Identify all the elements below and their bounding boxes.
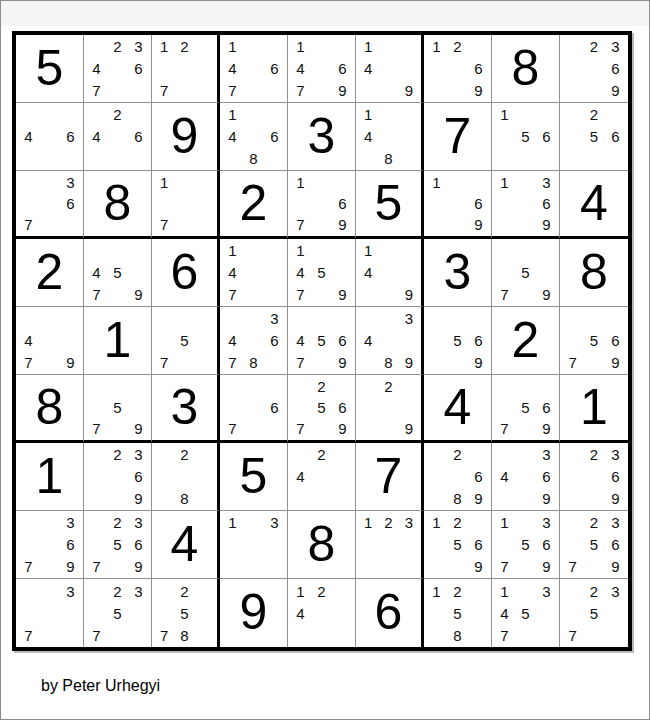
- candidate-empty: [494, 214, 515, 235]
- cell-r1c1[interactable]: 5: [16, 35, 84, 103]
- candidate-empty: [468, 36, 489, 58]
- cell-r3c1[interactable]: 367: [16, 171, 84, 239]
- candidate-empty: [243, 126, 264, 148]
- candidate-empty: [174, 193, 194, 214]
- given-digit: 8: [580, 247, 608, 297]
- cell-r1c4[interactable]: 1467: [220, 35, 288, 103]
- candidate-empty: [128, 624, 149, 646]
- candidate-empty: [243, 283, 264, 305]
- candidate-empty: [562, 466, 583, 488]
- candidate-digit: 7: [18, 214, 39, 235]
- candidate-empty: [243, 36, 264, 58]
- candidate-digit: 7: [86, 555, 107, 577]
- cell-r2c3[interactable]: 9: [152, 103, 220, 171]
- candidate-empty: [174, 351, 194, 373]
- cell-r4c9[interactable]: 8: [560, 239, 628, 307]
- candidate-digit: 1: [154, 36, 174, 58]
- cell-r5c6[interactable]: 3489: [356, 307, 424, 375]
- candidate-empty: [195, 487, 215, 509]
- candidate-empty: [468, 602, 489, 624]
- candidate-grid: 1679: [288, 171, 355, 236]
- candidate-empty: [399, 376, 419, 397]
- candidate-digit: 8: [378, 147, 398, 169]
- candidate-digit: 9: [468, 214, 489, 235]
- candidate-empty: [86, 147, 107, 169]
- candidate-empty: [243, 555, 264, 577]
- candidate-digit: 2: [378, 512, 398, 534]
- cell-r9c1[interactable]: 37: [16, 579, 84, 647]
- candidate-empty: [174, 308, 194, 330]
- candidate-digit: 6: [468, 330, 489, 352]
- cell-r5c3[interactable]: 57: [152, 307, 220, 375]
- cell-r7c8[interactable]: 3469: [492, 443, 560, 511]
- cell-r3c4[interactable]: 2: [220, 171, 288, 239]
- candidate-empty: [583, 79, 604, 101]
- cell-r4c8[interactable]: 579: [492, 239, 560, 307]
- candidate-digit: 7: [154, 214, 174, 235]
- candidate-digit: 2: [447, 36, 468, 58]
- candidate-empty: [426, 193, 447, 214]
- candidate-grid: 147: [220, 239, 287, 306]
- candidate-grid: 14679: [288, 35, 355, 102]
- candidate-digit: 4: [494, 466, 515, 488]
- cell-r1c2[interactable]: 23467: [84, 35, 152, 103]
- cell-r3c9[interactable]: 4: [560, 171, 628, 239]
- cell-r6c5[interactable]: 25679: [288, 375, 356, 443]
- candidate-digit: 9: [332, 283, 353, 305]
- candidate-digit: 2: [583, 580, 604, 602]
- cell-r8c4[interactable]: 13: [220, 511, 288, 579]
- candidate-empty: [174, 58, 194, 80]
- candidate-empty: [264, 147, 285, 169]
- cell-r8c7[interactable]: 12569: [424, 511, 492, 579]
- candidate-empty: [290, 397, 311, 418]
- candidate-digit: 2: [107, 444, 128, 466]
- candidate-empty: [154, 330, 174, 352]
- cell-r2c4[interactable]: 1468: [220, 103, 288, 171]
- cell-r3c3[interactable]: 17: [152, 171, 220, 239]
- candidate-digit: 9: [128, 418, 149, 439]
- candidate-digit: 4: [222, 126, 243, 148]
- cell-r2c5[interactable]: 3: [288, 103, 356, 171]
- candidate-digit: 3: [399, 308, 419, 330]
- cell-r5c8[interactable]: 2: [492, 307, 560, 375]
- candidate-digit: 3: [605, 36, 626, 58]
- candidate-empty: [86, 376, 107, 397]
- cell-r7c7[interactable]: 2689: [424, 443, 492, 511]
- candidate-digit: 9: [536, 418, 557, 439]
- candidate-empty: [39, 624, 60, 646]
- candidate-digit: 4: [290, 330, 311, 352]
- candidate-digit: 6: [332, 58, 353, 80]
- candidate-digit: 5: [515, 262, 536, 284]
- candidate-digit: 7: [290, 214, 311, 235]
- candidate-grid: 1468: [220, 103, 287, 170]
- candidate-grid: 13457: [492, 579, 559, 647]
- candidate-digit: 3: [536, 172, 557, 193]
- candidate-grid: 3679: [16, 511, 83, 578]
- cell-r3c5[interactable]: 1679: [288, 171, 356, 239]
- candidate-empty: [39, 602, 60, 624]
- candidate-empty: [243, 418, 264, 439]
- candidate-digit: 7: [290, 351, 311, 373]
- candidate-digit: 2: [311, 376, 332, 397]
- cell-r3c2[interactable]: 8: [84, 171, 152, 239]
- cell-r3c7[interactable]: 169: [424, 171, 492, 239]
- candidate-empty: [290, 308, 311, 330]
- candidate-grid: 5679: [560, 307, 628, 374]
- candidate-empty: [494, 126, 515, 148]
- candidate-empty: [243, 240, 264, 262]
- candidate-digit: 5: [515, 126, 536, 148]
- candidate-empty: [583, 308, 604, 330]
- cell-r2c9[interactable]: 256: [560, 103, 628, 171]
- candidate-digit: 5: [107, 262, 128, 284]
- cell-r1c7[interactable]: 1269: [424, 35, 492, 103]
- candidate-empty: [562, 512, 583, 534]
- cell-r1c3[interactable]: 127: [152, 35, 220, 103]
- candidate-empty: [39, 172, 60, 193]
- candidate-empty: [515, 283, 536, 305]
- candidate-digit: 6: [264, 330, 285, 352]
- cell-r4c1[interactable]: 2: [16, 239, 84, 307]
- candidate-digit: 7: [86, 283, 107, 305]
- cell-r6c4[interactable]: 67: [220, 375, 288, 443]
- candidate-grid: 579: [492, 239, 559, 306]
- cell-r4c2[interactable]: 4579: [84, 239, 152, 307]
- cell-r5c4[interactable]: 34678: [220, 307, 288, 375]
- cell-r5c5[interactable]: 45679: [288, 307, 356, 375]
- candidate-digit: 1: [426, 580, 447, 602]
- cell-r6c6[interactable]: 29: [356, 375, 424, 443]
- candidate-digit: 9: [399, 351, 419, 373]
- candidate-empty: [583, 555, 604, 577]
- candidate-empty: [264, 283, 285, 305]
- candidate-digit: 2: [174, 580, 194, 602]
- candidate-grid: 2689: [424, 443, 491, 510]
- candidate-digit: 5: [583, 602, 604, 624]
- given-digit: 4: [580, 178, 608, 228]
- cell-r8c3[interactable]: 4: [152, 511, 220, 579]
- cell-r1c6[interactable]: 149: [356, 35, 424, 103]
- candidate-digit: 1: [494, 172, 515, 193]
- candidate-empty: [358, 147, 378, 169]
- candidate-empty: [154, 444, 174, 466]
- candidate-grid: 1369: [492, 171, 559, 236]
- candidate-empty: [494, 487, 515, 509]
- candidate-empty: [60, 147, 81, 169]
- candidate-digit: 6: [468, 193, 489, 214]
- candidate-empty: [39, 193, 60, 214]
- candidate-empty: [332, 308, 353, 330]
- candidate-digit: 2: [107, 104, 128, 126]
- candidate-digit: 1: [494, 580, 515, 602]
- candidate-digit: 9: [60, 555, 81, 577]
- candidate-digit: 1: [290, 36, 311, 58]
- candidate-empty: [154, 193, 174, 214]
- candidate-grid: 246: [84, 103, 151, 170]
- candidate-digit: 9: [399, 283, 419, 305]
- cell-r9c5[interactable]: 124: [288, 579, 356, 647]
- candidate-empty: [468, 172, 489, 193]
- candidate-empty: [515, 214, 536, 235]
- candidate-empty: [332, 624, 353, 646]
- candidate-empty: [562, 330, 583, 352]
- candidate-digit: 3: [605, 444, 626, 466]
- given-digit: 4: [444, 382, 472, 432]
- cell-r6c8[interactable]: 5679: [492, 375, 560, 443]
- cell-r8c6[interactable]: 123: [356, 511, 424, 579]
- candidate-empty: [311, 308, 332, 330]
- given-digit: 2: [512, 315, 540, 365]
- cell-r6c2[interactable]: 579: [84, 375, 152, 443]
- cell-r9c2[interactable]: 2357: [84, 579, 152, 647]
- cell-r1c9[interactable]: 2369: [560, 35, 628, 103]
- candidate-digit: 3: [60, 580, 81, 602]
- candidate-empty: [264, 418, 285, 439]
- candidate-digit: 9: [399, 79, 419, 101]
- candidate-grid: 4579: [84, 239, 151, 306]
- candidate-empty: [447, 555, 468, 577]
- cell-r2c6[interactable]: 148: [356, 103, 424, 171]
- candidate-digit: 7: [562, 624, 583, 646]
- candidate-digit: 7: [154, 351, 174, 373]
- candidate-digit: 6: [332, 193, 353, 214]
- candidate-empty: [426, 308, 447, 330]
- candidate-empty: [243, 79, 264, 101]
- candidate-digit: 1: [222, 240, 243, 262]
- cell-r4c3[interactable]: 6: [152, 239, 220, 307]
- candidate-digit: 1: [222, 104, 243, 126]
- cell-r7c4[interactable]: 5: [220, 443, 288, 511]
- cell-r8c1[interactable]: 3679: [16, 511, 84, 579]
- candidate-empty: [154, 466, 174, 488]
- cell-r8c2[interactable]: 235679: [84, 511, 152, 579]
- candidate-empty: [128, 397, 149, 418]
- candidate-empty: [290, 193, 311, 214]
- candidate-empty: [562, 79, 583, 101]
- candidate-digit: 4: [290, 262, 311, 284]
- cell-r1c8[interactable]: 8: [492, 35, 560, 103]
- candidate-empty: [243, 104, 264, 126]
- candidate-empty: [605, 602, 626, 624]
- candidate-empty: [583, 147, 604, 169]
- candidate-empty: [447, 308, 468, 330]
- candidate-empty: [264, 534, 285, 556]
- cell-r6c3[interactable]: 3: [152, 375, 220, 443]
- candidate-grid: 28: [152, 443, 217, 510]
- candidate-digit: 9: [536, 214, 557, 235]
- candidate-empty: [18, 147, 39, 169]
- candidate-empty: [311, 79, 332, 101]
- candidate-digit: 7: [290, 283, 311, 305]
- candidate-digit: 4: [18, 330, 39, 352]
- candidate-empty: [86, 104, 107, 126]
- candidate-empty: [583, 487, 604, 509]
- candidate-empty: [243, 534, 264, 556]
- candidate-empty: [107, 283, 128, 305]
- candidate-digit: 5: [174, 330, 194, 352]
- cell-r2c2[interactable]: 246: [84, 103, 152, 171]
- candidate-empty: [39, 214, 60, 235]
- cell-r7c5[interactable]: 24: [288, 443, 356, 511]
- candidate-empty: [243, 308, 264, 330]
- candidate-grid: 13: [220, 511, 287, 578]
- candidate-empty: [39, 534, 60, 556]
- candidate-empty: [378, 240, 398, 262]
- candidate-empty: [311, 172, 332, 193]
- candidate-empty: [515, 104, 536, 126]
- cell-r4c4[interactable]: 147: [220, 239, 288, 307]
- candidate-empty: [378, 418, 398, 439]
- candidate-digit: 6: [468, 534, 489, 556]
- cell-r7c1[interactable]: 1: [16, 443, 84, 511]
- given-digit: 4: [171, 519, 199, 569]
- cell-r7c2[interactable]: 2369: [84, 443, 152, 511]
- cell-r4c5[interactable]: 14579: [288, 239, 356, 307]
- cell-r5c7[interactable]: 569: [424, 307, 492, 375]
- cell-r8c9[interactable]: 235679: [560, 511, 628, 579]
- cell-r5c9[interactable]: 5679: [560, 307, 628, 375]
- candidate-empty: [378, 58, 398, 80]
- cell-r8c5[interactable]: 8: [288, 511, 356, 579]
- candidate-digit: 7: [562, 351, 583, 373]
- candidate-empty: [107, 555, 128, 577]
- candidate-empty: [536, 104, 557, 126]
- given-digit: 5: [36, 43, 64, 93]
- candidate-digit: 6: [536, 126, 557, 148]
- candidate-grid: 23467: [84, 35, 151, 102]
- candidate-grid: 5679: [492, 375, 559, 440]
- candidate-digit: 3: [605, 580, 626, 602]
- candidate-digit: 5: [107, 397, 128, 418]
- cell-r2c7[interactable]: 7: [424, 103, 492, 171]
- candidate-empty: [399, 240, 419, 262]
- candidate-digit: 5: [107, 602, 128, 624]
- cell-r2c8[interactable]: 156: [492, 103, 560, 171]
- candidate-grid: 235679: [560, 511, 628, 578]
- candidate-digit: 2: [311, 580, 332, 602]
- candidate-grid: 579: [84, 375, 151, 440]
- candidate-empty: [536, 602, 557, 624]
- cell-r7c6[interactable]: 7: [356, 443, 424, 511]
- candidate-digit: 4: [358, 262, 378, 284]
- cell-r4c7[interactable]: 3: [424, 239, 492, 307]
- candidate-empty: [378, 126, 398, 148]
- candidate-empty: [426, 534, 447, 556]
- candidate-empty: [562, 104, 583, 126]
- candidate-digit: 2: [447, 512, 468, 534]
- candidate-empty: [311, 283, 332, 305]
- cell-r9c6[interactable]: 6: [356, 579, 424, 647]
- candidate-digit: 9: [332, 214, 353, 235]
- candidate-digit: 9: [536, 555, 557, 577]
- candidate-empty: [378, 262, 398, 284]
- candidate-empty: [154, 580, 174, 602]
- cell-r9c3[interactable]: 2578: [152, 579, 220, 647]
- candidate-digit: 2: [447, 580, 468, 602]
- cell-r6c9[interactable]: 1: [560, 375, 628, 443]
- cell-r6c7[interactable]: 4: [424, 375, 492, 443]
- candidate-empty: [447, 172, 468, 193]
- candidate-digit: 5: [515, 397, 536, 418]
- candidate-digit: 6: [264, 58, 285, 80]
- candidate-grid: 1258: [424, 579, 491, 647]
- candidate-empty: [107, 624, 128, 646]
- candidate-empty: [468, 624, 489, 646]
- candidate-digit: 1: [290, 580, 311, 602]
- candidate-empty: [494, 534, 515, 556]
- candidate-digit: 3: [605, 512, 626, 534]
- candidate-digit: 6: [128, 126, 149, 148]
- cell-r1c5[interactable]: 14679: [288, 35, 356, 103]
- cell-r9c9[interactable]: 2357: [560, 579, 628, 647]
- candidate-digit: 2: [107, 580, 128, 602]
- cell-r9c4[interactable]: 9: [220, 579, 288, 647]
- candidate-digit: 6: [605, 126, 626, 148]
- candidate-empty: [562, 534, 583, 556]
- candidate-grid: 124: [288, 579, 355, 647]
- candidate-empty: [39, 351, 60, 373]
- cell-r3c6[interactable]: 5: [356, 171, 424, 239]
- candidate-empty: [264, 104, 285, 126]
- candidate-empty: [222, 147, 243, 169]
- candidate-empty: [86, 580, 107, 602]
- candidate-empty: [562, 126, 583, 148]
- candidate-empty: [311, 466, 332, 488]
- candidate-empty: [447, 193, 468, 214]
- cell-r8c8[interactable]: 135679: [492, 511, 560, 579]
- candidate-empty: [195, 351, 215, 373]
- candidate-empty: [605, 147, 626, 169]
- candidate-empty: [426, 444, 447, 466]
- candidate-digit: 4: [222, 262, 243, 284]
- given-digit: 5: [375, 178, 403, 228]
- cell-r7c3[interactable]: 28: [152, 443, 220, 511]
- cell-r7c9[interactable]: 2369: [560, 443, 628, 511]
- candidate-empty: [583, 351, 604, 373]
- candidate-digit: 2: [378, 376, 398, 397]
- candidate-empty: [583, 466, 604, 488]
- candidate-digit: 6: [128, 534, 149, 556]
- candidate-empty: [426, 624, 447, 646]
- cell-r6c1[interactable]: 8: [16, 375, 84, 443]
- candidate-digit: 7: [290, 418, 311, 439]
- candidate-empty: [311, 36, 332, 58]
- candidate-empty: [107, 240, 128, 262]
- candidate-empty: [128, 104, 149, 126]
- candidate-digit: 7: [154, 79, 174, 101]
- candidate-digit: 1: [154, 172, 174, 193]
- cell-r3c8[interactable]: 1369: [492, 171, 560, 239]
- given-digit: 1: [36, 451, 64, 501]
- candidate-digit: 9: [536, 283, 557, 305]
- candidate-digit: 9: [605, 555, 626, 577]
- candidate-empty: [311, 58, 332, 80]
- cell-r9c7[interactable]: 1258: [424, 579, 492, 647]
- candidate-empty: [515, 444, 536, 466]
- cell-r5c1[interactable]: 479: [16, 307, 84, 375]
- candidate-digit: 5: [515, 602, 536, 624]
- header-strip: [1, 1, 649, 26]
- cell-r5c2[interactable]: 1: [84, 307, 152, 375]
- candidate-grid: 2369: [560, 443, 628, 510]
- cell-r2c1[interactable]: 46: [16, 103, 84, 171]
- cell-r9c8[interactable]: 13457: [492, 579, 560, 647]
- candidate-digit: 3: [128, 512, 149, 534]
- candidate-empty: [358, 376, 378, 397]
- cell-r4c6[interactable]: 149: [356, 239, 424, 307]
